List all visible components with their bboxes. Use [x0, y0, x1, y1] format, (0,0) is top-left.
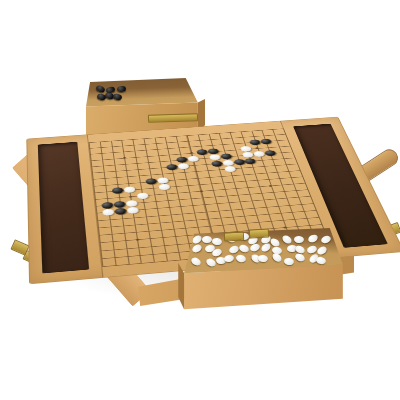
- black-stone: [146, 178, 158, 185]
- star-point: [269, 185, 272, 187]
- white-stone: [222, 160, 234, 166]
- black-stone: [249, 139, 261, 145]
- black-stone: [207, 148, 219, 154]
- grid-line: [143, 138, 167, 260]
- white-stone: [191, 243, 203, 254]
- white-stone: [223, 254, 234, 263]
- white-stone: [294, 252, 306, 262]
- white-stone: [281, 233, 293, 245]
- white-stone: [190, 256, 202, 267]
- white-stone: [158, 184, 170, 191]
- white-stone: [224, 166, 236, 172]
- black-stone: [112, 93, 122, 101]
- white-stone: [124, 186, 136, 193]
- white-stone: [202, 236, 212, 243]
- black-stone: [233, 159, 245, 165]
- white-stone: [320, 234, 332, 244]
- white-stone: [240, 146, 252, 152]
- white-stone: [127, 207, 139, 214]
- white-stone: [177, 163, 189, 169]
- white-stone: [253, 151, 265, 157]
- black-stone: [115, 208, 127, 215]
- white-stone: [102, 209, 114, 216]
- white-stone: [283, 258, 294, 266]
- left-felt-tray: [38, 142, 89, 274]
- white-stone: [307, 233, 319, 244]
- white-stone: [236, 254, 247, 263]
- white-stone: [187, 156, 199, 162]
- star-point: [199, 190, 202, 192]
- black-stone: [116, 86, 126, 93]
- go-set-photo: [0, 0, 400, 400]
- white-stone: [271, 251, 283, 263]
- black-stone: [260, 138, 272, 144]
- white-stone: [238, 244, 250, 254]
- white-stone: [316, 256, 328, 265]
- black-stone: [112, 187, 124, 194]
- star-point: [136, 239, 139, 241]
- white-stone: [157, 177, 169, 184]
- white-stone: [126, 200, 138, 207]
- black-stone: [176, 157, 188, 163]
- white-stone: [228, 244, 240, 254]
- black-stone: [220, 153, 232, 159]
- black-stone: [244, 158, 256, 164]
- white-stone: [209, 154, 221, 160]
- white-stone: [293, 235, 303, 243]
- black-stone: [166, 164, 178, 170]
- black-stone: [211, 160, 223, 166]
- brass-hinge: [249, 228, 269, 238]
- white-stone: [242, 152, 254, 158]
- white-stone: [136, 192, 148, 199]
- white-stone: [306, 244, 318, 254]
- brass-hinge: [224, 231, 244, 241]
- black-stone: [196, 149, 208, 155]
- star-point: [129, 196, 132, 198]
- black-stone: [102, 202, 114, 209]
- black-stone: [95, 84, 106, 93]
- black-stone: [114, 201, 126, 208]
- black-stone: [264, 150, 276, 156]
